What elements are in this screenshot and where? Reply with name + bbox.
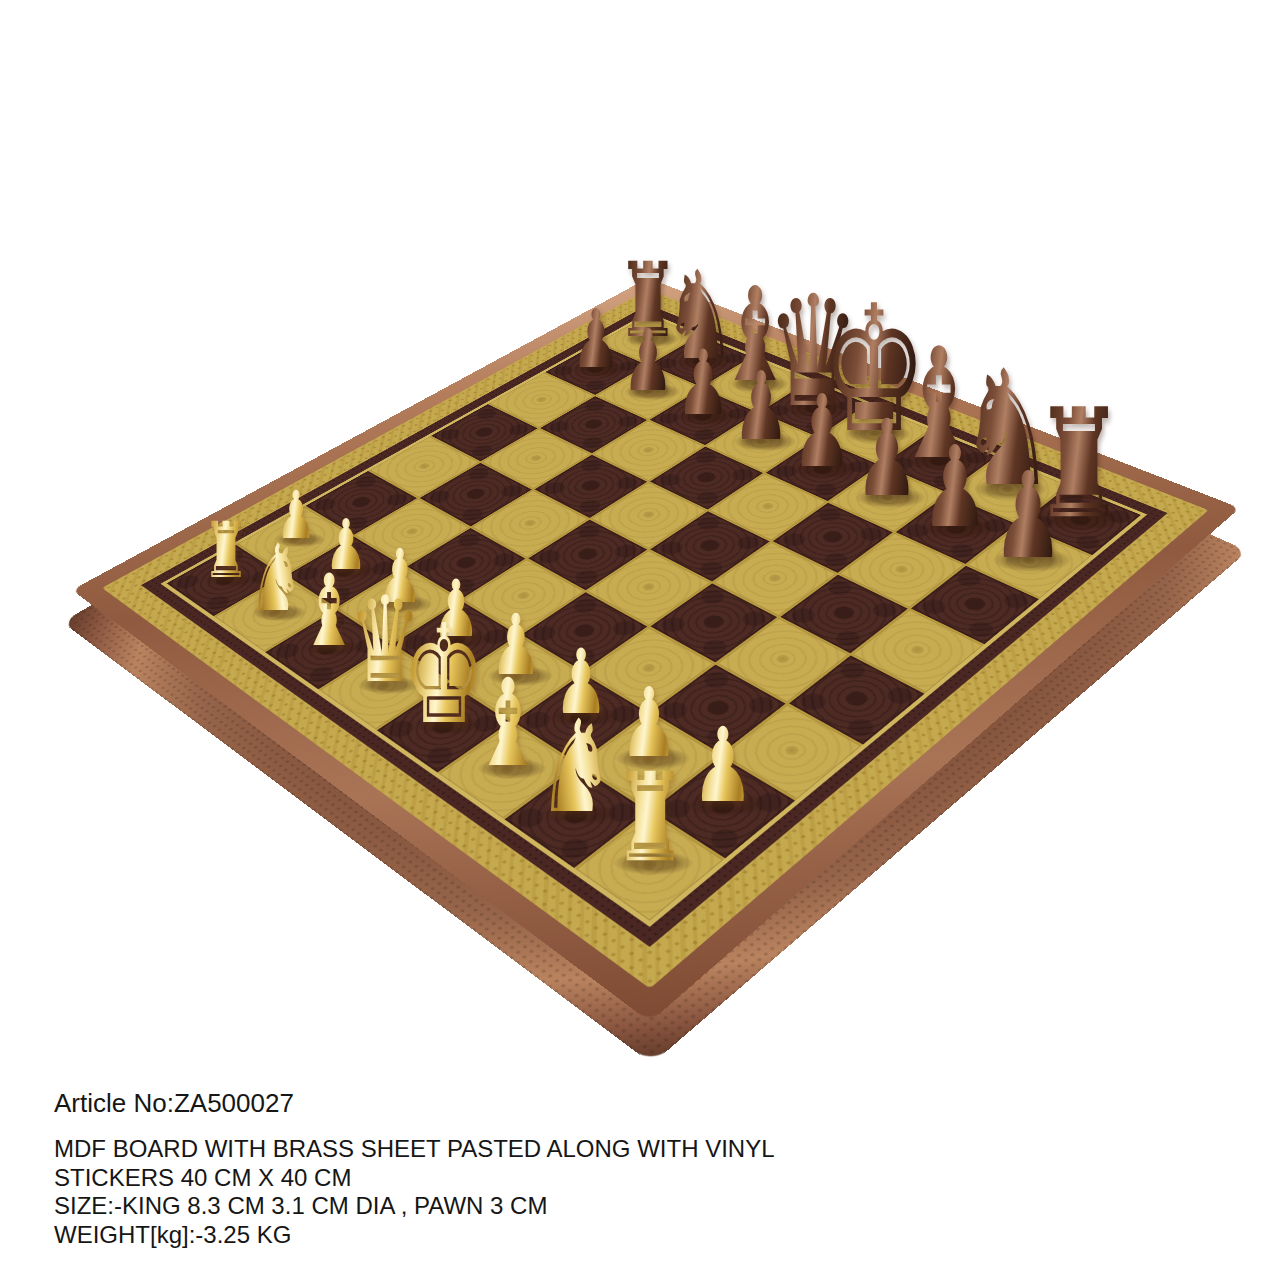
product-photo: ♜♞♝♛♚♝♞♜♟♟♟♟♟♟♟♟♟♟♟♟♟♟♟♟♜♞♝♛♚♝♞♜ bbox=[0, 0, 1280, 1085]
board-inner-gold-line bbox=[161, 312, 1148, 927]
board-gold-border-band bbox=[102, 289, 1208, 988]
chessboard bbox=[72, 278, 1240, 1022]
caption: Article No:ZA500027 MDF BOARD WITH BRASS… bbox=[54, 1088, 775, 1249]
caption-line-2: STICKERS 40 CM X 40 CM bbox=[54, 1164, 775, 1193]
caption-line-3: SIZE:-KING 8.3 CM 3.1 CM DIA , PAWN 3 CM bbox=[54, 1192, 775, 1221]
caption-line-1: MDF BOARD WITH BRASS SHEET PASTED ALONG … bbox=[54, 1135, 775, 1164]
article-number: Article No:ZA500027 bbox=[54, 1088, 775, 1119]
board-squares-grid bbox=[167, 315, 1141, 921]
caption-line-4: WEIGHT[kg]:-3.25 KG bbox=[54, 1221, 775, 1250]
board-maroon-border-band bbox=[141, 305, 1168, 947]
